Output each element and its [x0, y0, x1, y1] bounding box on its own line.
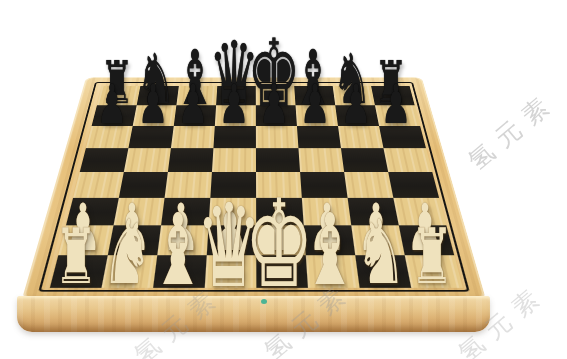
square-f5[interactable] [298, 148, 344, 172]
white-rook-a1[interactable]: ♜ [54, 218, 98, 295]
white-rook-h1[interactable]: ♜ [410, 218, 454, 295]
black-pawn-a7[interactable]: ♟ [96, 77, 127, 131]
square-g5[interactable] [341, 148, 388, 172]
black-pawn-c7[interactable]: ♟ [178, 77, 209, 131]
square-a5[interactable] [80, 148, 129, 172]
chessboard-photo: ♜♞♝♛♚♝♞♜♟♟♟♟♟♟♟♟♟♟♟♟♟♟♟♟♜♞♝♛♚♝♞♜ 氢元素 氢元素… [0, 0, 567, 359]
white-bishop-f1[interactable]: ♝ [302, 201, 358, 299]
black-pawn-d7[interactable]: ♟ [218, 77, 249, 131]
square-e5[interactable] [256, 148, 300, 172]
square-h5[interactable] [383, 148, 432, 172]
white-knight-b1[interactable]: ♞ [101, 208, 152, 297]
black-pawn-e7[interactable]: ♟ [259, 77, 290, 131]
black-pawn-b7[interactable]: ♟ [137, 77, 168, 131]
black-pawn-g7[interactable]: ♟ [340, 77, 371, 131]
black-pawn-h7[interactable]: ♟ [380, 77, 411, 131]
square-d5[interactable] [212, 148, 256, 172]
black-pawn-f7[interactable]: ♟ [299, 77, 330, 131]
watermark: 氢元素 [461, 84, 563, 177]
white-knight-g1[interactable]: ♞ [355, 208, 406, 297]
square-b5[interactable] [124, 148, 171, 172]
square-c5[interactable] [168, 148, 214, 172]
